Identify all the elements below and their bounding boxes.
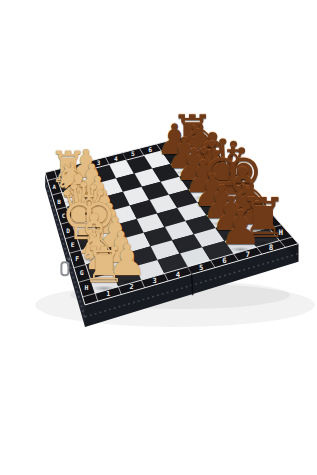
product-photo: AABBCCDDEEFFGGHH1122334455667788 ♜♞♝♛♚♝♞…: [0, 0, 317, 475]
piece-black-pawn-h7: ♟: [219, 204, 261, 251]
piece-white-rook-h1: ♜: [82, 241, 126, 290]
pieces-layer: ♜♞♝♛♚♝♞♜♟♟♟♟♟♟♟♟♟♟♟♟♟♟♟♟♜♞♝♛♚♝♞♜: [0, 0, 317, 475]
